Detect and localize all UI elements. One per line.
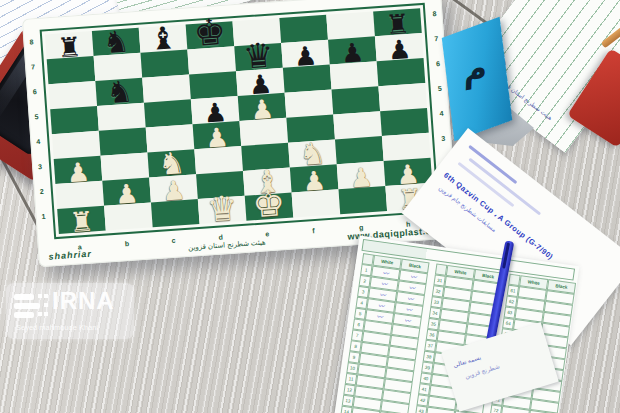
irna-watermark: IRNA Seyed mahmoude Khani: [6, 283, 134, 339]
square-a4: [52, 131, 101, 159]
square-a5: [50, 106, 99, 134]
square-f2: ♟: [290, 164, 339, 192]
table-number-card: م: [442, 17, 513, 141]
square-g3: [335, 136, 384, 164]
square-e5: ♟: [238, 93, 287, 121]
board-grid: ♜♞♝♚♜♛♟♟♟♞♟♟♟♟♟♞♞♟♟♝♟♟♟♜♛♚♜: [45, 8, 434, 234]
photographer-credit: Seyed mahmoude Khani: [16, 323, 98, 332]
square-e7: ♛: [234, 43, 283, 71]
square-d5: ♟: [191, 96, 240, 124]
square-c3: ♞: [147, 149, 196, 177]
coordinate-label: 5: [34, 113, 38, 120]
board-brand-shahriar: shahriar: [48, 249, 92, 262]
square-b4: [99, 128, 148, 156]
square-b5: [97, 103, 146, 131]
coordinate-label: h: [406, 220, 411, 227]
square-b8: ♞: [92, 28, 141, 56]
square-g1: [338, 186, 387, 214]
coordinate-label: c: [171, 237, 175, 244]
square-d3: [194, 146, 243, 174]
square-f5: [285, 90, 334, 118]
square-h4: [380, 108, 429, 136]
square-c5: [144, 99, 193, 127]
square-f4: [286, 114, 335, 142]
square-a1: ♜: [57, 206, 106, 234]
square-f1: [292, 189, 341, 217]
square-f7: ♟: [281, 40, 330, 68]
square-d2: [196, 171, 245, 199]
square-h5: [378, 83, 427, 111]
irna-brand-text: IRNA: [52, 287, 115, 315]
coordinate-label: 7: [31, 63, 35, 70]
coordinate-label: b: [125, 240, 130, 247]
square-g7: ♟: [328, 36, 377, 64]
square-a3: ♟: [54, 156, 103, 184]
coordinate-label: 4: [36, 138, 40, 145]
square-g6: [330, 61, 379, 89]
square-g5: [332, 86, 381, 114]
square-a7: [47, 56, 96, 84]
square-c6: [142, 74, 191, 102]
square-e4: [239, 118, 288, 146]
coordinate-label: 1: [41, 213, 45, 220]
square-c1: [151, 199, 200, 227]
square-e1: ♚: [245, 193, 294, 221]
square-f8: [279, 15, 328, 43]
coordinate-label: 3: [38, 163, 42, 170]
coordinate-label: d: [218, 233, 223, 240]
square-b1: [104, 202, 153, 230]
coordinate-label: 7: [434, 35, 438, 42]
square-g8: [326, 11, 375, 39]
square-d1: ♛: [198, 196, 247, 224]
square-a8: ♜: [45, 31, 94, 59]
scrap-text: شطرنج قزوین: [464, 362, 500, 379]
coordinate-label: 6: [436, 60, 440, 67]
square-e2: ♝: [243, 168, 292, 196]
piece-white-rook: ♜: [69, 207, 95, 236]
coordinate-label: 2: [40, 188, 44, 195]
coordinate-label: g: [359, 224, 364, 231]
pen-clip: [502, 243, 510, 269]
coordinate-label: 4: [439, 110, 443, 117]
square-h6: [377, 58, 426, 86]
square-d7: [187, 46, 236, 74]
chess-board: ♜♞♝♚♜♛♟♟♟♞♟♟♟♟♟♞♞♟♟♝♟♟♟♜♛♚♜ shahriar هیئ…: [22, 0, 458, 267]
square-a6: [48, 81, 97, 109]
square-c7: [140, 49, 189, 77]
square-b3: [101, 153, 150, 181]
scrap-text: بسمه تعالی: [452, 353, 481, 368]
table-card-glyph: م: [464, 47, 488, 91]
square-g2: ♟: [337, 161, 386, 189]
square-b7: [94, 53, 143, 81]
square-h8: ♜: [373, 8, 422, 36]
square-h7: ♟: [375, 33, 424, 61]
coordinate-label: e: [265, 230, 269, 237]
irna-logo-mark: [14, 292, 48, 322]
square-a2: [55, 181, 104, 209]
board-border-frame: ♜♞♝♚♜♛♟♟♟♞♟♟♟♟♟♞♞♟♟♝♟♟♟♜♛♚♜: [40, 3, 440, 239]
coordinate-label: 3: [441, 135, 445, 142]
square-c8: ♝: [139, 25, 188, 53]
coordinate-label: 8: [29, 38, 33, 45]
square-e6: ♟: [236, 68, 285, 96]
board-brand-persian: هیئت شطرنج استان قزوین: [188, 238, 266, 251]
coordinate-label: 5: [438, 85, 442, 92]
coordinate-label: f: [312, 227, 315, 234]
square-c2: ♟: [149, 174, 198, 202]
square-d8: ♚: [186, 21, 235, 49]
tournament-photo-scene: هیئت شطرنج استان قزوین ♜♞♝♚♜♛♟♟♟♞♟♟♟♟♟♞♞…: [0, 0, 620, 413]
coordinate-label: 6: [33, 88, 37, 95]
notation-cell: 14: [340, 406, 352, 413]
coordinate-label: a: [78, 243, 82, 250]
square-f6: [283, 65, 332, 93]
square-d6: [189, 71, 238, 99]
square-b6: ♞: [95, 78, 144, 106]
square-h3: [382, 133, 431, 161]
square-b2: ♟: [102, 177, 151, 205]
square-d4: ♟: [193, 121, 242, 149]
square-g4: [333, 111, 382, 139]
square-e3: [241, 143, 290, 171]
board-margin: ♜♞♝♚♜♛♟♟♟♞♟♟♟♟♟♞♞♟♟♝♟♟♟♜♛♚♜ shahriar هیئ…: [22, 0, 458, 267]
square-e8: [233, 18, 282, 46]
square-c4: [146, 124, 195, 152]
square-f3: ♞: [288, 139, 337, 167]
coordinate-label: 8: [432, 10, 436, 17]
